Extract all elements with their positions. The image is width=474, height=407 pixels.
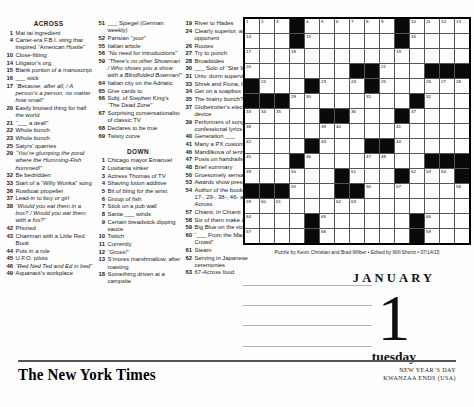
black-square	[350, 184, 364, 198]
clue-number: 2	[94, 165, 108, 172]
clue-down-2: 2Lusitania sinker	[94, 165, 182, 172]
clue-text: “Because, after all, / A person’s a pers…	[16, 83, 96, 105]
clue-number-label: 10	[411, 19, 416, 24]
grid-cell-r10c10: 48	[380, 154, 394, 168]
grid-cell-r5c11	[395, 79, 409, 93]
clue-number: 43	[2, 233, 16, 248]
clue-number: 33	[2, 180, 16, 187]
clue-across-33: 33Start of a “Willy Wonka” song	[2, 180, 95, 187]
clue-text: Stick on a pub wall	[108, 203, 183, 210]
clue-number: 49	[2, 270, 16, 277]
black-square	[410, 214, 424, 228]
clues-column-1: ACROSS 1Mai tai ingredient4Carter-era F.…	[2, 20, 95, 278]
clue-number: 59	[94, 58, 108, 80]
clue-number: 13	[94, 256, 108, 271]
grid-cell-r2c12: 16	[410, 34, 424, 48]
grid-cell-r14c8	[350, 214, 364, 228]
clue-text: 67-Across food	[195, 269, 274, 276]
clue-across-67: 67Surprising conversationalist of classi…	[94, 110, 182, 125]
grid-cell-r11c10	[380, 169, 394, 183]
grid-cell-r1c6: 5	[320, 19, 334, 33]
grid-cell-r9c11: 44	[395, 139, 409, 153]
clue-number: 11	[94, 241, 108, 248]
grid-cell-r11c6	[320, 169, 334, 183]
clue-number-label: 63	[351, 199, 356, 204]
clue-number: 1	[94, 157, 108, 164]
clue-text: Give cards to	[108, 88, 183, 95]
clue-across-52: 52Parisian “your”	[94, 35, 182, 42]
black-square	[395, 169, 409, 183]
clue-number: 39	[181, 119, 195, 134]
clue-number-label: 8	[366, 19, 368, 24]
grid-cell-r15c7	[335, 229, 349, 243]
clue-across-21: 21“___ a deal!”	[2, 120, 95, 127]
grid-cell-r7c14	[440, 109, 454, 123]
clue-text: “Would you eat them in a box? / Would yo…	[16, 203, 96, 225]
grid-cell-r2c3	[275, 34, 289, 48]
clue-number: 26	[181, 43, 195, 50]
clue-number: 12	[94, 249, 108, 256]
black-square	[395, 109, 409, 123]
clue-down-1: 1Chicago mayor Emanuel	[94, 157, 182, 164]
grid-cell-r5c8: 24	[350, 79, 364, 93]
clue-number: 52	[94, 35, 108, 42]
grid-cell-r9c7	[335, 139, 349, 153]
grid-cell-r8c6: 39	[320, 124, 334, 138]
clue-number-label: 37	[411, 109, 416, 114]
clue-across-4: 4Carter-era F.B.I. sting that inspired “…	[2, 37, 95, 52]
grid-cell-r12c14	[440, 184, 454, 198]
clue-number-label: 1	[246, 19, 248, 24]
black-square	[365, 79, 379, 93]
grid-cell-r15c10	[380, 229, 394, 243]
black-square	[455, 169, 469, 183]
clue-number-label: 13	[456, 19, 461, 24]
grid-cell-r14c10	[380, 214, 394, 228]
grid-cell-r11c14: 54	[440, 169, 454, 183]
clue-number-label: 21	[381, 64, 386, 69]
clue-number: 54	[181, 187, 195, 209]
grid-cell-r7c4	[290, 109, 304, 123]
across-clue-list-part2: 51___ Spiegel (German weekly)52Parisian …	[94, 20, 182, 140]
clue-text: Satyrs’ quarries	[16, 143, 96, 150]
clue-number: 16	[2, 75, 16, 82]
clue-down-6: 6Group of fish	[94, 196, 182, 203]
black-square	[350, 64, 364, 78]
clue-number-label: 47	[366, 154, 371, 159]
grid-cell-r12c6	[320, 184, 334, 198]
grid-cell-r7c10	[380, 109, 394, 123]
grid-cell-r12c12	[410, 184, 424, 198]
clue-text: Carter-era F.B.I. sting that inspired “A…	[16, 37, 96, 52]
clue-across-15: 15Blank portion of a manuscript	[2, 67, 95, 74]
clue-across-25: 25Satyrs’ quarries	[2, 143, 95, 150]
grid-cell-r9c13	[425, 139, 439, 153]
clue-number-label: 15	[306, 34, 311, 39]
clue-text: Blank portion of a manuscript	[16, 67, 96, 74]
grid-cell-r15c14	[440, 229, 454, 243]
grid-cell-r12c4: 55	[290, 184, 304, 198]
clue-across-65: 65Give cards to	[94, 88, 182, 95]
grid-cell-r4c3	[275, 64, 289, 78]
grid-cell-r13c5	[305, 199, 319, 213]
grid-cell-r1c13: 11	[425, 19, 439, 33]
clue-number-label: 29	[291, 94, 296, 99]
clue-across-56: 56“No need for introductions”	[94, 50, 182, 57]
clue-text: “___ a deal!”	[16, 120, 96, 127]
grid-cell-r11c3	[275, 169, 289, 183]
clue-number-label: 67	[246, 229, 251, 234]
grid-cell-r2c10	[380, 34, 394, 48]
clue-down-4: 4Shaving lotion additive	[94, 180, 182, 187]
clue-number-label: 53	[426, 169, 431, 174]
black-square	[335, 184, 349, 198]
clue-number-label: 49	[246, 169, 251, 174]
clue-number-label: 68	[321, 229, 326, 234]
clue-number-label: 2	[261, 19, 263, 24]
clue-down-8: 8Santa ___ winds	[94, 211, 182, 218]
grid-cell-r2c7	[335, 34, 349, 48]
clue-number-label: 35	[276, 109, 281, 114]
clue-across-44: 44Puts in a role	[2, 248, 95, 255]
clue-text: Actress Thomas of TV	[108, 173, 183, 180]
clue-across-20: 20Easily bruised thing for half the worl…	[2, 105, 95, 120]
grid-cell-r15c2	[260, 229, 274, 243]
crossword-grid-frame: 1234567891011121314151617181920212223242…	[243, 17, 471, 245]
grid-cell-r4c4	[290, 64, 304, 78]
grid-cell-r3c15	[455, 49, 469, 63]
clue-number: 47	[181, 156, 195, 163]
clue-number-label: 16	[411, 34, 416, 39]
grid-cell-r7c12: 37	[410, 109, 424, 123]
new-york-times-logo: The New York Times	[18, 366, 156, 385]
grid-cell-r13c4	[290, 199, 304, 213]
clue-number-label: 46	[306, 154, 311, 159]
grid-cell-r1c10: 9	[380, 19, 394, 33]
grid-cell-r2c8	[350, 34, 364, 48]
grid-cell-r8c9	[365, 124, 379, 138]
clue-text: “Red Ned Ted and Ed in bed”	[16, 263, 96, 270]
clue-number-label: 39	[321, 124, 326, 129]
black-square	[290, 34, 304, 48]
clue-number-label: 54	[441, 169, 446, 174]
grid-cell-r13c3: 61	[275, 199, 289, 213]
grid-cell-r5c10: 25	[380, 79, 394, 93]
clue-number-label: 32	[426, 94, 431, 99]
clue-number-label: 31	[366, 94, 371, 99]
grid-cell-r13c7: 62	[335, 199, 349, 213]
clue-number: 15	[2, 67, 16, 74]
clue-number-label: 27	[441, 79, 446, 84]
clue-number: 45	[2, 255, 16, 262]
grid-cell-r10c11	[395, 154, 409, 168]
grid-cell-r3c6	[320, 49, 334, 63]
clue-number-label: 9	[381, 19, 383, 24]
clue-text: Whole bunch	[16, 127, 96, 134]
grid-cell-r10c7	[335, 154, 349, 168]
grid-cell-r13c6	[320, 199, 334, 213]
clue-number-label: 4	[306, 19, 308, 24]
clue-number: 44	[2, 248, 16, 255]
grid-cell-r13c11	[395, 199, 409, 213]
clue-across-64: 64Italian city on the Adriatic	[94, 80, 182, 87]
clue-across-10: 10Close-fitting	[2, 52, 95, 59]
grid-cell-r9c6: 43	[320, 139, 334, 153]
clue-number: 41	[181, 141, 195, 148]
footer-divider-rule	[18, 360, 456, 362]
grid-cell-r6c8	[350, 94, 364, 108]
black-square	[305, 139, 319, 153]
grid-cell-r10c9: 47	[365, 154, 379, 168]
grid-cell-r12c5	[305, 184, 319, 198]
across-header: ACROSS	[2, 20, 95, 27]
grid-cell-r11c12: 52	[410, 169, 424, 183]
grid-cell-r9c4	[290, 139, 304, 153]
clue-number: 66	[94, 95, 108, 110]
clue-down-18: 18Something driven at a campsite	[94, 271, 182, 286]
black-square	[305, 214, 319, 228]
clue-number: 68	[94, 125, 108, 132]
clue-number-label: 45	[246, 154, 251, 159]
grid-cell-r11c1: 49	[245, 169, 259, 183]
grid-cell-r7c2: 34	[260, 109, 274, 123]
grid-cell-r10c1: 45	[245, 154, 259, 168]
grid-cell-r8c12	[410, 124, 424, 138]
black-square	[260, 184, 274, 198]
grid-cell-r2c2	[260, 34, 274, 48]
clue-across-32: 32Be bedridden	[2, 172, 95, 179]
clue-number-label: 57	[396, 184, 401, 189]
grid-cell-r12c15: 58	[455, 184, 469, 198]
clue-number: 61	[181, 247, 195, 254]
grid-cell-r1c15: 13	[455, 19, 469, 33]
black-square	[410, 229, 424, 243]
clue-number-label: 38	[246, 124, 251, 129]
clue-number: 23	[2, 135, 16, 142]
grid-cell-r14c11	[395, 214, 409, 228]
down-clue-list-part1: 1Chicago mayor Emanuel2Lusitania sinker3…	[94, 157, 182, 285]
clue-number-label: 44	[396, 139, 401, 144]
clue-text: “No need for introductions”	[108, 50, 183, 57]
black-square	[365, 64, 379, 78]
puzzle-byline: Puzzle by Kevin Christian and Brad Wilbe…	[243, 250, 471, 255]
grid-cell-r12c13	[425, 184, 439, 198]
clue-number: 36	[2, 188, 16, 195]
grid-cell-r4c1: 20	[245, 64, 259, 78]
grid-cell-r8c4	[290, 124, 304, 138]
black-square	[335, 169, 349, 183]
clue-across-22: 22Whole bunch	[2, 127, 95, 134]
clue-text: Santa ___ winds	[108, 211, 183, 218]
grid-cell-r15c1: 67	[245, 229, 259, 243]
grid-cell-r13c1: 59	[245, 199, 259, 213]
clue-number-label: 51	[351, 169, 356, 174]
grid-cell-r6c13: 32	[425, 94, 439, 108]
clue-number: 67	[94, 110, 108, 125]
black-square	[275, 94, 289, 108]
clue-number: 3	[94, 173, 108, 180]
clue-number: 59	[181, 224, 195, 231]
black-square	[425, 154, 439, 168]
grid-cell-r9c14	[440, 139, 454, 153]
clue-across-45: 45U.F.O. pilots	[2, 255, 95, 262]
grid-cell-r5c4	[290, 79, 304, 93]
clue-text: Easily bruised thing for half the world	[16, 105, 96, 120]
grid-cell-r3c14	[440, 49, 454, 63]
clue-down-7: 7Stick on a pub wall	[94, 203, 182, 210]
clue-text: “There’s no other Showman / Who shows yo…	[108, 58, 183, 80]
clue-number-label: 6	[336, 19, 338, 24]
black-square	[440, 64, 454, 78]
clue-number-label: 66	[426, 214, 431, 219]
clue-number-label: 58	[456, 184, 461, 189]
grid-cell-r7c9	[365, 109, 379, 123]
grid-cell-r1c2: 2	[260, 19, 274, 33]
grid-cell-r15c11	[395, 229, 409, 243]
grid-cell-r13c10	[380, 199, 394, 213]
clue-number-label: 61	[276, 199, 281, 204]
grid-cell-r5c13: 26	[425, 79, 439, 93]
clue-across-37: 37Lead-in to boy or girl	[2, 195, 95, 202]
grid-cell-r2c14	[440, 34, 454, 48]
grid-cell-r4c12	[410, 64, 424, 78]
grid-cell-r2c15	[455, 34, 469, 48]
grid-cell-r9c1: 42	[245, 139, 259, 153]
grid-cell-r14c4	[290, 214, 304, 228]
clue-number: 20	[2, 105, 16, 120]
clue-text: Close-fitting	[16, 52, 96, 59]
grid-cell-r5c3	[275, 79, 289, 93]
grid-cell-r15c15	[455, 229, 469, 243]
clue-number: 8	[94, 211, 108, 218]
grid-cell-r7c5	[305, 109, 319, 123]
grid-cell-r7c1: 33	[245, 109, 259, 123]
clue-number-label: 25	[381, 79, 386, 84]
grid-cell-r8c5	[305, 124, 319, 138]
grid-cell-r4c6	[320, 64, 334, 78]
grid-cell-r9c3	[275, 139, 289, 153]
clue-number: 53	[181, 179, 195, 186]
clue-down-5: 5Bit of bling for the wrist	[94, 188, 182, 195]
clue-number: 46	[2, 263, 16, 270]
clue-across-43: 43Chairman with a Little Red Book	[2, 233, 95, 248]
clue-across-1: 1Mai tai ingredient	[2, 30, 95, 37]
clue-number: 32	[2, 172, 16, 179]
clue-text: Bit of bling for the wrist	[108, 188, 183, 195]
clue-number-label: 12	[441, 19, 446, 24]
grid-cell-r6c14	[440, 94, 454, 108]
clue-number-label: 52	[411, 169, 416, 174]
clue-text: Subj. of Stephen King’s “The Dead Zone”	[108, 95, 183, 110]
clue-number: 21	[2, 120, 16, 127]
grid-cell-r10c12	[410, 154, 424, 168]
grid-cell-r11c4: 50	[290, 169, 304, 183]
black-square	[305, 229, 319, 243]
clue-text: U.F.O. pilots	[16, 255, 96, 262]
clue-number-label: 28	[456, 79, 461, 84]
clue-across-36: 36Rowboat propeller	[2, 188, 95, 195]
black-square	[365, 139, 379, 153]
black-square	[245, 184, 259, 198]
grid-cell-r15c13: 69	[425, 229, 439, 243]
grid-cell-r5c6: 23	[320, 79, 334, 93]
clue-number: 48	[181, 164, 195, 171]
grid-cell-r6c15	[455, 94, 469, 108]
clue-number: 25	[2, 143, 16, 150]
black-square	[380, 139, 394, 153]
clue-number-label: 33	[246, 109, 251, 114]
grid-cell-r8c2	[260, 124, 274, 138]
clue-number: 42	[2, 225, 16, 232]
clue-number: 62	[181, 255, 195, 270]
clue-number: 10	[94, 233, 108, 240]
grid-cell-r14c14	[440, 214, 454, 228]
clue-number: 51	[94, 20, 108, 35]
clue-number: 27	[181, 50, 195, 57]
black-square	[410, 94, 424, 108]
grid-cell-r7c8: 36	[350, 109, 364, 123]
grid-cell-r15c9	[365, 229, 379, 243]
clue-number: 55	[94, 43, 108, 50]
clue-number-label: 64	[246, 214, 251, 219]
grid-cell-r13c12	[410, 199, 424, 213]
clue-number: 46	[181, 149, 195, 156]
clue-number-label: 65	[321, 214, 326, 219]
black-square	[425, 64, 439, 78]
grid-cell-r13c14	[440, 199, 454, 213]
grid-cell-r12c10	[380, 184, 394, 198]
grid-cell-r3c8	[350, 49, 364, 63]
clue-number-label: 14	[246, 34, 251, 39]
clue-number: 6	[94, 196, 108, 203]
clue-across-59: 59“There’s no other Showman / Who shows …	[94, 58, 182, 80]
grid-cell-r2c1: 14	[245, 34, 259, 48]
clue-number-label: 22	[261, 79, 266, 84]
grid-cell-r8c1: 38	[245, 124, 259, 138]
clue-text: Whole bunch	[16, 135, 96, 142]
grid-cell-r1c12: 10	[410, 19, 424, 33]
clue-number: 69	[94, 133, 108, 140]
grid-cell-r11c9	[365, 169, 379, 183]
grid-cell-r1c5: 4	[305, 19, 319, 33]
black-square	[320, 109, 334, 123]
grid-cell-r11c13: 53	[425, 169, 439, 183]
grid-cell-r3c12	[410, 49, 424, 63]
clue-across-14: 14Litigator’s org.	[2, 60, 95, 67]
grid-cell-r5c12	[410, 79, 424, 93]
clue-down-9: 9Certain breadstick dipping sauce	[94, 219, 182, 234]
clue-text: Serving in Japanese ceremonies	[195, 255, 274, 270]
clue-number: 37	[181, 104, 195, 119]
clue-text: Litigator’s org.	[16, 60, 96, 67]
clue-number: 35	[181, 96, 195, 103]
grid-cell-r8c7: 40	[335, 124, 349, 138]
clue-number-label: 7	[351, 19, 353, 24]
grid-cell-r3c1: 17	[245, 49, 259, 63]
clue-text: Aquanaut’s workplace	[16, 270, 96, 277]
clue-text: Mai tai ingredient	[16, 30, 96, 37]
holiday-line-2: KWANZAA ENDS (USA)	[383, 375, 456, 383]
clue-number: 14	[2, 60, 16, 67]
grid-cell-r3c11: 19	[395, 49, 409, 63]
clue-number: 18	[94, 271, 108, 286]
grid-cell-r2c13	[425, 34, 439, 48]
clue-down-10: 10Twitch	[94, 233, 182, 240]
grid-cell-r13c8: 63	[350, 199, 364, 213]
clue-number: 65	[94, 88, 108, 95]
clue-number: 64	[94, 80, 108, 87]
clue-text: “You’re glumping the pond where the Humm…	[16, 150, 96, 172]
